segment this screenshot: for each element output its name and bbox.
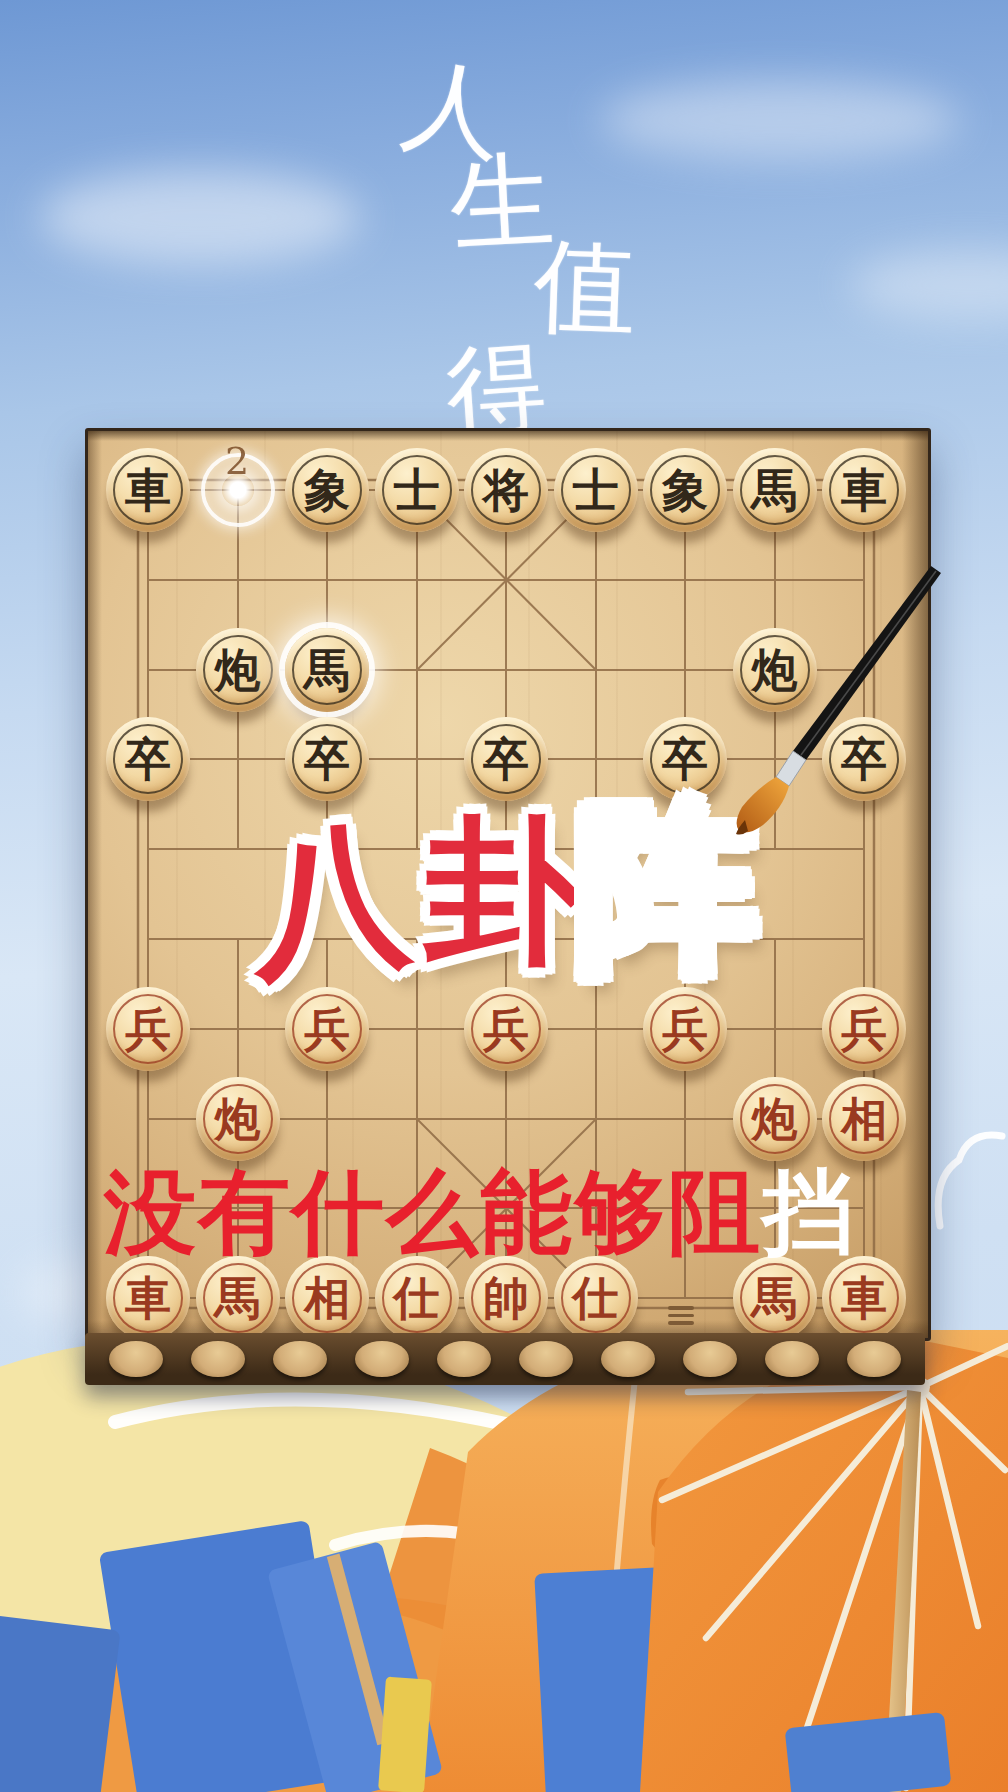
piece-red-相[interactable]: 相: [285, 1256, 369, 1340]
piece-black-象[interactable]: 象: [285, 448, 369, 532]
edge-knob: [273, 1341, 327, 1377]
cloud: [850, 250, 1008, 320]
edge-knob: [355, 1341, 409, 1377]
piece-red-兵[interactable]: 兵: [464, 987, 548, 1071]
edge-knob: [601, 1341, 655, 1377]
piece-black-士[interactable]: 士: [554, 448, 638, 532]
piece-black-馬[interactable]: 馬: [285, 628, 369, 712]
subtitle-red-text: 没有什么能够阻: [104, 1161, 762, 1263]
piece-black-車[interactable]: 車: [822, 448, 906, 532]
subtitle: 没有什么能够阻挡: [104, 1162, 856, 1263]
menu-handle-icon[interactable]: [668, 1302, 696, 1329]
title-char: 八: [247, 815, 416, 984]
piece-black-卒[interactable]: 卒: [106, 717, 190, 801]
piece-red-馬[interactable]: 馬: [196, 1256, 280, 1340]
piece-black-象[interactable]: 象: [643, 448, 727, 532]
piece-red-車[interactable]: 車: [106, 1256, 190, 1340]
cloud-outline: [932, 1118, 1008, 1233]
cloud: [40, 170, 360, 265]
piece-black-炮[interactable]: 炮: [733, 628, 817, 712]
piece-red-相[interactable]: 相: [822, 1077, 906, 1161]
handwriting-char: 值: [532, 234, 637, 339]
piece-black-卒[interactable]: 卒: [822, 717, 906, 801]
move-number-badge: 2: [225, 439, 249, 483]
piece-black-将[interactable]: 将: [464, 448, 548, 532]
piece-black-炮[interactable]: 炮: [196, 628, 280, 712]
board-front-edge: [85, 1333, 925, 1385]
piece-red-車[interactable]: 車: [822, 1256, 906, 1340]
piece-black-馬[interactable]: 馬: [733, 448, 817, 532]
piece-red-仕[interactable]: 仕: [554, 1256, 638, 1340]
piece-red-兵[interactable]: 兵: [285, 987, 369, 1071]
edge-knob: [683, 1341, 737, 1377]
edge-knob: [519, 1341, 573, 1377]
piece-black-士[interactable]: 士: [375, 448, 459, 532]
piece-red-兵[interactable]: 兵: [643, 987, 727, 1071]
piece-red-仕[interactable]: 仕: [375, 1256, 459, 1340]
piece-black-卒[interactable]: 卒: [285, 717, 369, 801]
edge-knob: [437, 1341, 491, 1377]
cloud: [600, 80, 960, 160]
title-char: 阵: [576, 796, 756, 976]
edge-knob: [847, 1341, 901, 1377]
edge-knob: [191, 1341, 245, 1377]
piece-red-帥[interactable]: 帥: [464, 1256, 548, 1340]
edge-knob: [109, 1341, 163, 1377]
piece-red-兵[interactable]: 兵: [822, 987, 906, 1071]
piece-red-炮[interactable]: 炮: [196, 1077, 280, 1161]
screen: 人 生 值 得: [0, 0, 1008, 1792]
piece-black-卒[interactable]: 卒: [464, 717, 548, 801]
subtitle-white-text: 挡: [762, 1161, 856, 1263]
title-char: 卦: [424, 812, 582, 970]
piece-red-炮[interactable]: 炮: [733, 1077, 817, 1161]
piece-red-馬[interactable]: 馬: [733, 1256, 817, 1340]
piece-black-車[interactable]: 車: [106, 448, 190, 532]
edge-knob: [765, 1341, 819, 1377]
piece-red-兵[interactable]: 兵: [106, 987, 190, 1071]
beach-umbrellas-photo: [0, 1330, 1008, 1792]
